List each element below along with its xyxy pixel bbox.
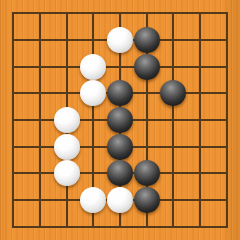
grid-line-v (172, 12, 174, 227)
stone-white (54, 134, 80, 160)
stone-white (80, 80, 106, 106)
stone-black (107, 134, 133, 160)
stone-white (107, 27, 133, 53)
stone-black (160, 80, 186, 106)
stone-black (134, 187, 160, 213)
stone-white (80, 187, 106, 213)
stone-black (134, 160, 160, 186)
grid-line-v (226, 12, 228, 227)
stone-black (107, 160, 133, 186)
stone-black (107, 80, 133, 106)
stone-black (134, 27, 160, 53)
stone-white (80, 54, 106, 80)
grid-line-v (199, 12, 201, 227)
stone-black (134, 54, 160, 80)
go-board[interactable] (0, 0, 240, 240)
stone-white (54, 107, 80, 133)
stone-black (107, 107, 133, 133)
stone-white (54, 160, 80, 186)
grid-line-h (12, 226, 227, 228)
stone-white (107, 187, 133, 213)
